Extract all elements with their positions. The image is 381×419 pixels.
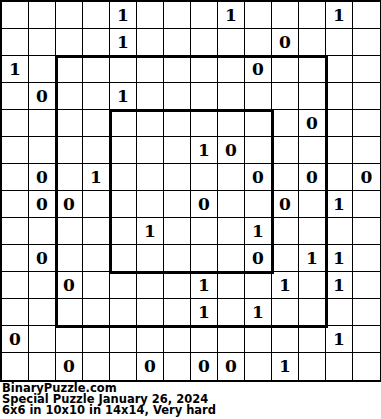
cell-r14-c10[interactable]: [245, 353, 272, 380]
cell-r13-c6[interactable]: [137, 326, 164, 353]
cell-r8-c4[interactable]: [83, 191, 110, 218]
cell-r9-c6: 1: [137, 218, 164, 245]
cell-r5-c14[interactable]: [353, 110, 380, 137]
cell-r3-c10: 0: [245, 56, 272, 83]
cell-r1-c2[interactable]: [29, 2, 56, 29]
cell-r14-c3: 0: [56, 353, 83, 380]
cell-r2-c3[interactable]: [56, 29, 83, 56]
cell-r12-c9[interactable]: [218, 299, 245, 326]
cell-r12-c13[interactable]: [326, 299, 353, 326]
cell-r3-c5[interactable]: [110, 56, 137, 83]
cell-r4-c10[interactable]: [245, 83, 272, 110]
cell-r13-c1: 0: [2, 326, 29, 353]
cell-r10-c3[interactable]: [56, 245, 83, 272]
cell-r2-c4[interactable]: [83, 29, 110, 56]
cell-r1-c3[interactable]: [56, 2, 83, 29]
cell-r8-c3: 0: [56, 191, 83, 218]
cell-r2-c14[interactable]: [353, 29, 380, 56]
cell-r3-c9[interactable]: [218, 56, 245, 83]
cell-r9-c9[interactable]: [218, 218, 245, 245]
cell-r1-c10[interactable]: [245, 2, 272, 29]
cell-r11-c4[interactable]: [83, 272, 110, 299]
cell-r13-c7[interactable]: [164, 326, 191, 353]
cell-r11-c12[interactable]: [299, 272, 326, 299]
puzzle-board: 1111010010100100000001110011011111010000…: [0, 0, 381, 382]
cell-r11-c3: 0: [56, 272, 83, 299]
cell-r10-c1[interactable]: [2, 245, 29, 272]
cell-r13-c5[interactable]: [110, 326, 137, 353]
cell-r5-c2[interactable]: [29, 110, 56, 137]
cell-r9-c7[interactable]: [164, 218, 191, 245]
cell-r13-c8[interactable]: [191, 326, 218, 353]
cell-r9-c4[interactable]: [83, 218, 110, 245]
cell-r1-c5: 1: [110, 2, 137, 29]
cell-r5-c13[interactable]: [326, 110, 353, 137]
cell-r12-c4[interactable]: [83, 299, 110, 326]
cell-r13-c9[interactable]: [218, 326, 245, 353]
cell-r3-c6[interactable]: [137, 56, 164, 83]
cell-r5-c4[interactable]: [83, 110, 110, 137]
cell-r13-c4[interactable]: [83, 326, 110, 353]
cell-r4-c11[interactable]: [272, 83, 299, 110]
cell-r2-c2[interactable]: [29, 29, 56, 56]
cell-r13-c3[interactable]: [56, 326, 83, 353]
cell-r12-c6[interactable]: [137, 299, 164, 326]
cell-r14-c12[interactable]: [299, 353, 326, 380]
cell-r12-c7[interactable]: [164, 299, 191, 326]
cell-r5-c9[interactable]: [218, 110, 245, 137]
cell-r2-c9[interactable]: [218, 29, 245, 56]
cell-r10-c5[interactable]: [110, 245, 137, 272]
cell-r5-c11[interactable]: [272, 110, 299, 137]
cell-r3-c1: 1: [2, 56, 29, 83]
cell-r7-c4: 1: [83, 164, 110, 191]
cell-r5-c1[interactable]: [2, 110, 29, 137]
cell-r7-c2: 0: [29, 164, 56, 191]
cell-r11-c5[interactable]: [110, 272, 137, 299]
cell-r3-c2[interactable]: [29, 56, 56, 83]
cell-r3-c7[interactable]: [164, 56, 191, 83]
cell-r1-c1[interactable]: [2, 2, 29, 29]
cell-r6-c3[interactable]: [56, 137, 83, 164]
cell-r6-c11[interactable]: [272, 137, 299, 164]
cell-r14-c9: 0: [218, 353, 245, 380]
cell-r10-c13: 1: [326, 245, 353, 272]
cell-r8-c2: 0: [29, 191, 56, 218]
cell-r11-c9[interactable]: [218, 272, 245, 299]
cell-r10-c9[interactable]: [218, 245, 245, 272]
cell-r6-c1[interactable]: [2, 137, 29, 164]
cell-r1-c13: 1: [326, 2, 353, 29]
cell-r8-c7[interactable]: [164, 191, 191, 218]
cell-r10-c12: 1: [299, 245, 326, 272]
cell-r2-c1[interactable]: [2, 29, 29, 56]
cell-r14-c8: 0: [191, 353, 218, 380]
cell-r2-c12[interactable]: [299, 29, 326, 56]
cell-r11-c11: 1: [272, 272, 299, 299]
cell-r14-c2[interactable]: [29, 353, 56, 380]
cell-r9-c2[interactable]: [29, 218, 56, 245]
cell-r14-c4[interactable]: [83, 353, 110, 380]
cell-r10-c11[interactable]: [272, 245, 299, 272]
cell-r14-c6: 0: [137, 353, 164, 380]
cell-r14-c13[interactable]: [326, 353, 353, 380]
cell-r12-c8: 1: [191, 299, 218, 326]
cell-r14-c7[interactable]: [164, 353, 191, 380]
cell-r1-c8[interactable]: [191, 2, 218, 29]
cell-r13-c12[interactable]: [299, 326, 326, 353]
cell-r9-c12[interactable]: [299, 218, 326, 245]
cell-r11-c8: 1: [191, 272, 218, 299]
cell-r2-c13[interactable]: [326, 29, 353, 56]
cell-r2-c6[interactable]: [137, 29, 164, 56]
cell-r11-c14[interactable]: [353, 272, 380, 299]
cell-r7-c13[interactable]: [326, 164, 353, 191]
cell-r9-c13[interactable]: [326, 218, 353, 245]
cell-r3-c13[interactable]: [326, 56, 353, 83]
cell-r12-c5[interactable]: [110, 299, 137, 326]
cell-r11-c6[interactable]: [137, 272, 164, 299]
cell-r13-c2[interactable]: [29, 326, 56, 353]
cell-r4-c9[interactable]: [218, 83, 245, 110]
cell-r1-c9: 1: [218, 2, 245, 29]
cell-r7-c12: 0: [299, 164, 326, 191]
cell-r2-c8[interactable]: [191, 29, 218, 56]
cell-r5-c7[interactable]: [164, 110, 191, 137]
cell-r4-c4[interactable]: [83, 83, 110, 110]
cell-r1-c14[interactable]: [353, 2, 380, 29]
cell-r3-c12[interactable]: [299, 56, 326, 83]
cell-r9-c5[interactable]: [110, 218, 137, 245]
cell-r14-c1[interactable]: [2, 353, 29, 380]
cell-r6-c6[interactable]: [137, 137, 164, 164]
cell-r11-c13: 1: [326, 272, 353, 299]
cell-r1-c12[interactable]: [299, 2, 326, 29]
cell-r9-c3[interactable]: [56, 218, 83, 245]
cell-r2-c10[interactable]: [245, 29, 272, 56]
cell-r12-c10: 1: [245, 299, 272, 326]
cell-r9-c10: 1: [245, 218, 272, 245]
binary-puzzle-grid: 1111010010100100000001110011011111010000…: [2, 2, 380, 380]
cell-r1-c6[interactable]: [137, 2, 164, 29]
cell-r4-c2: 0: [29, 83, 56, 110]
cell-r9-c1[interactable]: [2, 218, 29, 245]
cell-r11-c7[interactable]: [164, 272, 191, 299]
cell-r12-c11[interactable]: [272, 299, 299, 326]
cell-r8-c14[interactable]: [353, 191, 380, 218]
cell-r4-c12[interactable]: [299, 83, 326, 110]
cell-r14-c11: 1: [272, 353, 299, 380]
cell-r6-c5[interactable]: [110, 137, 137, 164]
cell-r6-c12[interactable]: [299, 137, 326, 164]
cell-r7-c9[interactable]: [218, 164, 245, 191]
cell-r13-c14[interactable]: [353, 326, 380, 353]
cell-r4-c3[interactable]: [56, 83, 83, 110]
cell-r12-c1[interactable]: [2, 299, 29, 326]
cell-r6-c2[interactable]: [29, 137, 56, 164]
cell-r7-c14: 0: [353, 164, 380, 191]
cell-r7-c3[interactable]: [56, 164, 83, 191]
cell-r9-c8[interactable]: [191, 218, 218, 245]
cell-r4-c5: 1: [110, 83, 137, 110]
cell-r10-c4[interactable]: [83, 245, 110, 272]
cell-r2-c5: 1: [110, 29, 137, 56]
cell-r5-c3[interactable]: [56, 110, 83, 137]
cell-r11-c1[interactable]: [2, 272, 29, 299]
cell-r10-c14[interactable]: [353, 245, 380, 272]
cell-r6-c8: 1: [191, 137, 218, 164]
cell-r14-c5[interactable]: [110, 353, 137, 380]
cell-r3-c4[interactable]: [83, 56, 110, 83]
cell-r3-c3[interactable]: [56, 56, 83, 83]
cell-r12-c3[interactable]: [56, 299, 83, 326]
cell-r9-c14[interactable]: [353, 218, 380, 245]
cell-r8-c6[interactable]: [137, 191, 164, 218]
cell-r7-c7[interactable]: [164, 164, 191, 191]
cell-r11-c10[interactable]: [245, 272, 272, 299]
cell-r1-c11[interactable]: [272, 2, 299, 29]
cell-r6-c4[interactable]: [83, 137, 110, 164]
cell-r6-c9: 0: [218, 137, 245, 164]
puzzle-description: 6x6 in 10x10 in 14x14, Very hard: [2, 405, 379, 416]
cell-r8-c11: 0: [272, 191, 299, 218]
cell-r7-c5[interactable]: [110, 164, 137, 191]
cell-r6-c13[interactable]: [326, 137, 353, 164]
cell-r4-c13[interactable]: [326, 83, 353, 110]
cell-r13-c13: 1: [326, 326, 353, 353]
cell-r12-c12[interactable]: [299, 299, 326, 326]
cell-r10-c7[interactable]: [164, 245, 191, 272]
cell-r9-c11[interactable]: [272, 218, 299, 245]
cell-r4-c6[interactable]: [137, 83, 164, 110]
cell-r5-c6[interactable]: [137, 110, 164, 137]
cell-r3-c11[interactable]: [272, 56, 299, 83]
cell-r13-c10[interactable]: [245, 326, 272, 353]
cell-r10-c2: 0: [29, 245, 56, 272]
cell-r6-c14[interactable]: [353, 137, 380, 164]
cell-r6-c7[interactable]: [164, 137, 191, 164]
cell-r8-c9[interactable]: [218, 191, 245, 218]
cell-r13-c11[interactable]: [272, 326, 299, 353]
cell-r1-c4[interactable]: [83, 2, 110, 29]
cell-r2-c11: 0: [272, 29, 299, 56]
cell-r7-c6[interactable]: [137, 164, 164, 191]
cell-r6-c10[interactable]: [245, 137, 272, 164]
cell-r3-c14[interactable]: [353, 56, 380, 83]
cell-r11-c2[interactable]: [29, 272, 56, 299]
cell-r8-c12[interactable]: [299, 191, 326, 218]
cell-r4-c14[interactable]: [353, 83, 380, 110]
cell-r4-c7[interactable]: [164, 83, 191, 110]
cell-r5-c5[interactable]: [110, 110, 137, 137]
cell-r7-c10: 0: [245, 164, 272, 191]
cell-r8-c1[interactable]: [2, 191, 29, 218]
cell-r4-c8[interactable]: [191, 83, 218, 110]
cell-r5-c12: 0: [299, 110, 326, 137]
cell-r3-c8[interactable]: [191, 56, 218, 83]
cell-r8-c8: 0: [191, 191, 218, 218]
cell-r8-c10[interactable]: [245, 191, 272, 218]
cell-r7-c8[interactable]: [191, 164, 218, 191]
cell-r8-c5[interactable]: [110, 191, 137, 218]
caption: BinaryPuzzle.com Special Puzzle January …: [2, 383, 379, 416]
cell-r8-c13: 1: [326, 191, 353, 218]
cell-r1-c7[interactable]: [164, 2, 191, 29]
cell-r12-c2[interactable]: [29, 299, 56, 326]
cell-r14-c14[interactable]: [353, 353, 380, 380]
cell-r10-c10: 0: [245, 245, 272, 272]
cell-r5-c8[interactable]: [191, 110, 218, 137]
cell-r7-c1[interactable]: [2, 164, 29, 191]
cell-r4-c1[interactable]: [2, 83, 29, 110]
cell-r12-c14[interactable]: [353, 299, 380, 326]
cell-r2-c7[interactable]: [164, 29, 191, 56]
cell-r7-c11[interactable]: [272, 164, 299, 191]
cell-r10-c6[interactable]: [137, 245, 164, 272]
cell-r10-c8[interactable]: [191, 245, 218, 272]
cell-r5-c10[interactable]: [245, 110, 272, 137]
